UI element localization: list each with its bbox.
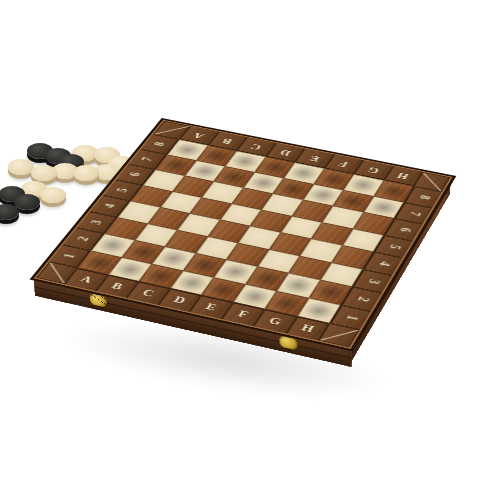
- file-label-text: H: [396, 171, 411, 181]
- file-label-text: E: [308, 153, 322, 162]
- rank-label-text: 6: [127, 171, 144, 177]
- checker-disc-cream: [31, 165, 57, 181]
- rank-label-text: 3: [364, 278, 382, 285]
- rank-label-text: 1: [342, 314, 360, 321]
- file-label-text: H: [299, 323, 316, 335]
- rank-label-text: 5: [385, 243, 403, 250]
- file-label-text: C: [249, 142, 263, 151]
- rank-label-text: 7: [139, 156, 156, 162]
- file-label-text: F: [236, 309, 251, 320]
- checker-disc-cream: [73, 165, 99, 181]
- rank-label-text: 8: [415, 194, 432, 200]
- file-label-text: A: [192, 131, 206, 140]
- file-label-text: G: [366, 165, 381, 175]
- checker-disc-black: [14, 194, 40, 210]
- file-label-text: G: [267, 316, 284, 328]
- white-rook-h1: ♜: [292, 259, 341, 314]
- rank-label-text: 8: [151, 141, 168, 147]
- product-photo: ABCDEFGH8877665544332211ABCDEFGH♜♞♝♛♚♝♞♜…: [0, 0, 500, 500]
- file-label-text: D: [171, 295, 187, 306]
- checker-disc-cream: [40, 187, 66, 203]
- file-label-text: B: [109, 281, 125, 292]
- file-label-text: A: [78, 274, 94, 285]
- rank-label-text: 5: [114, 187, 131, 193]
- rank-label-text: 2: [353, 295, 371, 302]
- brass-clasp-icon: [280, 335, 298, 350]
- file-label-text: F: [338, 159, 351, 168]
- rank-label-text: 7: [405, 210, 422, 217]
- rank-label-text: 6: [395, 226, 412, 233]
- file-label-text: C: [140, 288, 156, 299]
- brass-clasp-icon: [89, 293, 107, 308]
- rank-label-text: 4: [375, 260, 393, 267]
- checker-disc-black: [0, 204, 19, 220]
- file-label-text: B: [221, 136, 235, 145]
- file-label-text: E: [203, 302, 218, 313]
- file-label-text: D: [278, 148, 292, 157]
